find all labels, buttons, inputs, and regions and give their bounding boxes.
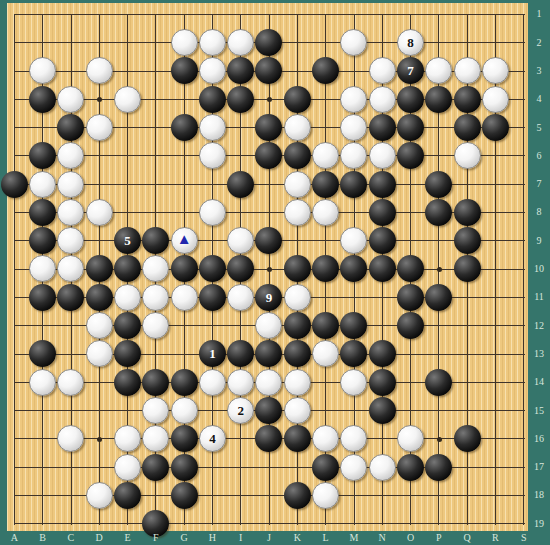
white-stone [114,284,141,311]
black-stone [284,86,311,113]
white-stone [114,454,141,481]
black-stone: 1 [199,340,226,367]
black-stone [425,369,452,396]
black-stone [454,114,481,141]
white-stone [199,369,226,396]
white-stone [171,29,198,56]
move-number-label: 1 [209,347,216,360]
white-stone [142,255,169,282]
black-stone [227,86,254,113]
white-stone [340,369,367,396]
black-stone [454,86,481,113]
white-stone [284,369,311,396]
white-stone [86,340,113,367]
black-stone [171,454,198,481]
row-label: 15 [528,405,550,416]
black-stone [397,454,424,481]
black-stone [369,369,396,396]
row-label: 12 [528,320,550,331]
black-stone [227,57,254,84]
black-stone: 7 [397,57,424,84]
column-label: M [344,532,364,544]
row-label: 18 [528,489,550,500]
white-stone: 2 [227,397,254,424]
column-label: R [485,532,505,544]
black-stone [171,57,198,84]
black-stone [171,114,198,141]
column-label: H [202,532,222,544]
white-stone [199,199,226,226]
white-stone [86,312,113,339]
black-stone [227,255,254,282]
white-stone [199,142,226,169]
white-stone [114,425,141,452]
black-stone [369,171,396,198]
column-label: K [287,532,307,544]
black-stone [312,454,339,481]
black-stone [397,114,424,141]
white-stone: 4 [199,425,226,452]
white-stone [255,312,282,339]
white-stone [227,284,254,311]
black-stone [284,425,311,452]
row-label: 2 [528,37,550,48]
move-number-label: 7 [407,64,414,77]
white-stone [199,114,226,141]
black-stone [142,454,169,481]
black-stone [369,114,396,141]
white-stone [255,369,282,396]
black-stone [284,340,311,367]
black-stone [255,340,282,367]
board-grid: 875▲9124 [14,14,524,524]
column-label: E [118,532,138,544]
white-stone [199,57,226,84]
white-stone [57,425,84,452]
white-stone [312,142,339,169]
row-label: 11 [528,291,550,302]
black-stone [284,312,311,339]
move-number-label: 8 [407,36,414,49]
move-number-label: 2 [237,404,244,417]
black-stone [227,340,254,367]
column-label: P [429,532,449,544]
white-stone [29,369,56,396]
row-label: 10 [528,263,550,274]
white-stone [397,425,424,452]
row-label: 17 [528,461,550,472]
black-stone [1,171,28,198]
black-stone [340,255,367,282]
white-stone [57,227,84,254]
black-stone [114,312,141,339]
column-label: Q [457,532,477,544]
black-stone [340,171,367,198]
column-label: J [259,532,279,544]
column-label: L [316,532,336,544]
black-stone [255,425,282,452]
black-stone [29,284,56,311]
black-stone [29,199,56,226]
white-stone [114,86,141,113]
white-stone [340,114,367,141]
triangle-marker-icon: ▲ [177,232,192,247]
white-stone [29,255,56,282]
column-label: S [514,532,534,544]
black-stone [227,171,254,198]
white-stone [340,86,367,113]
black-stone [29,340,56,367]
row-label: 5 [528,122,550,133]
white-stone [199,29,226,56]
white-stone [171,284,198,311]
white-stone [340,425,367,452]
black-stone: 9 [255,284,282,311]
black-stone [369,227,396,254]
black-stone [255,57,282,84]
black-stone [29,86,56,113]
column-label: N [372,532,392,544]
row-label: 3 [528,65,550,76]
black-stone [454,227,481,254]
white-stone [142,397,169,424]
black-stone [369,199,396,226]
star-point [97,437,102,442]
white-stone [57,369,84,396]
white-stone: 8 [397,29,424,56]
black-stone [114,369,141,396]
white-stone [482,57,509,84]
black-stone [86,284,113,311]
row-label: 16 [528,433,550,444]
black-stone: 5 [114,227,141,254]
row-label: 1 [528,8,550,19]
black-stone [171,369,198,396]
white-stone [340,454,367,481]
white-stone [312,482,339,509]
column-label: O [401,532,421,544]
white-stone [29,57,56,84]
black-stone [397,86,424,113]
white-stone [312,340,339,367]
black-stone [29,227,56,254]
row-label: 9 [528,235,550,246]
black-stone [312,312,339,339]
white-stone [86,57,113,84]
black-stone [199,284,226,311]
move-number-label: 5 [124,234,131,247]
black-stone [454,425,481,452]
black-stone [255,29,282,56]
black-stone [142,369,169,396]
white-stone [227,369,254,396]
white-stone [482,86,509,113]
black-stone [255,142,282,169]
white-stone [57,142,84,169]
white-stone [227,227,254,254]
white-stone [369,454,396,481]
white-stone [227,29,254,56]
white-stone [284,171,311,198]
go-diagram-frame: 875▲9124 12345678910111213141516171819 A… [0,0,550,545]
white-stone [312,425,339,452]
black-stone [29,142,56,169]
black-stone [454,255,481,282]
white-stone [340,227,367,254]
black-stone [397,284,424,311]
white-stone [142,284,169,311]
black-stone [425,199,452,226]
black-stone [397,142,424,169]
row-label: 19 [528,518,550,529]
white-stone [57,171,84,198]
black-stone [199,255,226,282]
black-stone [57,284,84,311]
white-stone [369,57,396,84]
black-stone [284,482,311,509]
white-stone [454,142,481,169]
black-stone [482,114,509,141]
white-stone [86,114,113,141]
white-stone [340,29,367,56]
star-point [437,437,442,442]
row-label: 14 [528,376,550,387]
black-stone [114,255,141,282]
move-number-label: 9 [266,291,273,304]
white-stone [86,482,113,509]
white-stone [369,142,396,169]
column-label: D [89,532,109,544]
star-point [267,97,272,102]
white-stone [284,199,311,226]
black-stone [425,284,452,311]
white-stone [57,199,84,226]
row-label: 6 [528,150,550,161]
go-board[interactable]: 875▲9124 [7,3,528,531]
black-stone [369,255,396,282]
white-stone [284,284,311,311]
white-stone [284,114,311,141]
black-stone [255,227,282,254]
white-stone [171,397,198,424]
black-stone [114,340,141,367]
black-stone [312,255,339,282]
black-stone [86,255,113,282]
black-stone [171,482,198,509]
black-stone [255,397,282,424]
white-stone [425,57,452,84]
row-label: 4 [528,93,550,104]
white-stone [29,171,56,198]
row-label: 8 [528,206,550,217]
black-stone [340,312,367,339]
black-stone [312,57,339,84]
black-stone [369,340,396,367]
white-stone [86,199,113,226]
white-stone [57,255,84,282]
white-stone: ▲ [171,227,198,254]
black-stone [284,255,311,282]
black-stone [114,482,141,509]
black-stone [425,86,452,113]
white-stone [57,86,84,113]
black-stone [425,171,452,198]
star-point [437,267,442,272]
black-stone [171,425,198,452]
white-stone [312,199,339,226]
star-point [97,97,102,102]
column-label: B [33,532,53,544]
black-stone [171,255,198,282]
column-label: I [231,532,251,544]
row-label: 7 [528,178,550,189]
column-label: A [4,532,24,544]
black-stone [312,171,339,198]
column-label: F [146,532,166,544]
row-label: 13 [528,348,550,359]
black-stone [142,227,169,254]
black-stone [397,255,424,282]
black-stone [369,397,396,424]
black-stone [255,114,282,141]
black-stone [57,114,84,141]
white-stone [454,57,481,84]
black-stone [340,340,367,367]
white-stone [284,397,311,424]
star-point [267,267,272,272]
white-stone [340,142,367,169]
black-stone [454,199,481,226]
column-label: G [174,532,194,544]
column-label: C [61,532,81,544]
black-stone [199,86,226,113]
white-stone [369,86,396,113]
black-stone [284,142,311,169]
black-stone [425,454,452,481]
white-stone [142,425,169,452]
move-number-label: 4 [209,432,216,445]
white-stone [142,312,169,339]
black-stone [397,312,424,339]
